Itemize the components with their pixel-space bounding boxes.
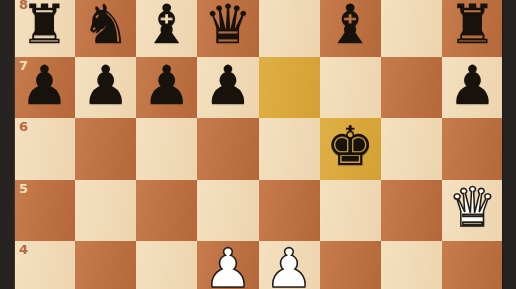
square-d7[interactable]: ♟ [197,57,258,118]
square-c4[interactable] [136,241,197,289]
rank-label-4: 4 [19,243,28,256]
square-d5[interactable] [197,180,258,241]
square-a4[interactable]: 4 [14,241,75,289]
piece-white-pawn[interactable]: ♟ [204,242,252,289]
square-d8[interactable]: ♛ [197,0,258,57]
rank-label-5: 5 [19,182,28,195]
square-c6[interactable] [136,118,197,179]
square-d4[interactable]: ♟ [197,241,258,289]
piece-black-king[interactable]: ♚ [326,120,374,174]
piece-black-rook[interactable]: ♜ [20,0,68,52]
square-e4[interactable]: ♟ [259,241,320,289]
square-b4[interactable] [75,241,136,289]
square-e5[interactable] [259,180,320,241]
piece-black-pawn[interactable]: ♟ [20,59,68,113]
left-letterbox-bar [0,0,15,289]
square-h8[interactable]: ♜ [442,0,503,57]
piece-black-bishop[interactable]: ♝ [326,0,374,52]
square-a6[interactable]: 6 [14,118,75,179]
square-b5[interactable] [75,180,136,241]
square-g4[interactable] [381,241,442,289]
piece-black-knight[interactable]: ♞ [81,0,129,52]
piece-white-pawn[interactable]: ♟ [265,242,313,289]
square-f4[interactable] [320,241,381,289]
square-b7[interactable]: ♟ [75,57,136,118]
square-a5[interactable]: 5 [14,180,75,241]
square-c8[interactable]: ♝ [136,0,197,57]
square-g6[interactable] [381,118,442,179]
square-e8[interactable] [259,0,320,57]
piece-black-queen[interactable]: ♛ [204,0,252,52]
rank-label-6: 6 [19,120,28,133]
square-h7[interactable]: ♟ [442,57,503,118]
square-g7[interactable] [381,57,442,118]
square-e6[interactable] [259,118,320,179]
piece-black-rook[interactable]: ♜ [448,0,496,52]
square-b6[interactable] [75,118,136,179]
square-f5[interactable] [320,180,381,241]
piece-black-pawn[interactable]: ♟ [143,59,191,113]
square-h5[interactable]: ♛ [442,180,503,241]
square-g8[interactable] [381,0,442,57]
square-f6[interactable]: ♚ [320,118,381,179]
chess-app-frame: 8♜♞♝♛♝♜7♟♟♟♟♟6♚5♛4♟♟ [0,0,516,289]
square-c7[interactable]: ♟ [136,57,197,118]
square-f8[interactable]: ♝ [320,0,381,57]
piece-black-pawn[interactable]: ♟ [448,59,496,113]
square-h4[interactable] [442,241,503,289]
square-f7[interactable] [320,57,381,118]
piece-black-pawn[interactable]: ♟ [81,59,129,113]
piece-white-queen[interactable]: ♛ [448,181,496,235]
square-g5[interactable] [381,180,442,241]
square-d6[interactable] [197,118,258,179]
square-b8[interactable]: ♞ [75,0,136,57]
right-letterbox-bar [502,0,516,289]
square-e7[interactable] [259,57,320,118]
square-a8[interactable]: 8♜ [14,0,75,57]
piece-black-bishop[interactable]: ♝ [143,0,191,52]
square-c5[interactable] [136,180,197,241]
piece-black-pawn[interactable]: ♟ [204,59,252,113]
square-a7[interactable]: 7♟ [14,57,75,118]
square-h6[interactable] [442,118,503,179]
chess-board: 8♜♞♝♛♝♜7♟♟♟♟♟6♚5♛4♟♟ [14,0,503,289]
